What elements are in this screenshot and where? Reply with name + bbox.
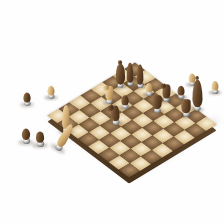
piece-black-knight-1-d3[interactable] bbox=[104, 103, 126, 126]
light-pawn-body bbox=[212, 81, 219, 90]
dark-pawn-body bbox=[23, 93, 30, 103]
light-knight-body bbox=[105, 86, 113, 100]
dark-knight-body bbox=[109, 105, 120, 122]
piece-white-pawn-a3-a3[interactable] bbox=[42, 85, 60, 99]
light-bishop-body bbox=[55, 122, 75, 148]
piece-white-pawn-captured-2[interactable] bbox=[206, 80, 223, 94]
piece-black-rook-1-f4[interactable] bbox=[148, 94, 167, 113]
piece-black-rook-2-g4[interactable] bbox=[177, 98, 196, 117]
light-pawn-body bbox=[47, 86, 54, 96]
dark-queen-body bbox=[115, 64, 124, 85]
product-photo-scene bbox=[0, 0, 224, 224]
dark-rook-body bbox=[181, 99, 190, 113]
dark-pawn-body bbox=[36, 131, 44, 142]
dark-pawn-body bbox=[177, 86, 184, 96]
piece-black-pawn-captured-1[interactable] bbox=[18, 92, 36, 106]
light-pawn-body bbox=[146, 83, 153, 93]
dark-rook-body bbox=[152, 95, 161, 109]
